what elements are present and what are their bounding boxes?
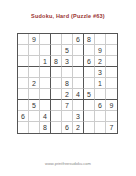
- cell-r9c2: [29, 122, 40, 133]
- cell-r8c5: [62, 111, 73, 122]
- cell-r4c3: [40, 67, 51, 78]
- cell-r4c6: [73, 67, 84, 78]
- cell-r4c1: [18, 67, 29, 78]
- cell-r7c4: [51, 100, 62, 111]
- cell-r9c5: 6: [62, 122, 73, 133]
- cell-r8c3: 4: [40, 111, 51, 122]
- cell-r8c2: [29, 111, 40, 122]
- cell-r1c3: [40, 34, 51, 45]
- cell-r5c4: [51, 78, 62, 89]
- cell-r6c5: 2: [62, 89, 73, 100]
- cell-r2c9: [106, 45, 117, 56]
- cell-r9c3: 8: [40, 122, 51, 133]
- cell-r1c1: [18, 34, 29, 45]
- sudoku-board: 9685918362328124557696438627: [17, 33, 118, 134]
- cell-r5c7: [84, 78, 95, 89]
- cell-r4c5: [62, 67, 73, 78]
- cell-r1c2: 9: [29, 34, 40, 45]
- cell-r3c5: 3: [62, 56, 73, 67]
- cell-r8c6: 3: [73, 111, 84, 122]
- cell-r9c9: 7: [106, 122, 117, 133]
- cell-r7c9: 9: [106, 100, 117, 111]
- cell-r6c8: [95, 89, 106, 100]
- cell-r1c8: [95, 34, 106, 45]
- cell-r2c7: [84, 45, 95, 56]
- cell-r4c2: [29, 67, 40, 78]
- cell-r1c4: [51, 34, 62, 45]
- cell-r7c2: 5: [29, 100, 40, 111]
- cell-r7c8: 6: [95, 100, 106, 111]
- cell-r3c9: [106, 56, 117, 67]
- cell-r9c7: [84, 122, 95, 133]
- cell-r1c5: [62, 34, 73, 45]
- cell-r6c3: [40, 89, 51, 100]
- cell-r3c6: [73, 56, 84, 67]
- cell-r2c3: [40, 45, 51, 56]
- cell-r8c4: [51, 111, 62, 122]
- cell-r3c1: [18, 56, 29, 67]
- sudoku-sheet: Sudoku, Hard (Puzzle #63) 96859183623281…: [0, 0, 136, 176]
- cell-r2c5: 5: [62, 45, 73, 56]
- cell-r3c4: 8: [51, 56, 62, 67]
- cell-r6c9: [106, 89, 117, 100]
- cell-r6c7: 5: [84, 89, 95, 100]
- cell-r4c4: [51, 67, 62, 78]
- cell-r1c9: [106, 34, 117, 45]
- cell-r7c6: [73, 100, 84, 111]
- cell-r8c1: 6: [18, 111, 29, 122]
- puzzle-title: Sudoku, Hard (Puzzle #63): [0, 13, 136, 20]
- cell-r2c1: [18, 45, 29, 56]
- cell-r9c8: [95, 122, 106, 133]
- cell-r6c4: [51, 89, 62, 100]
- cell-r7c3: [40, 100, 51, 111]
- cell-r6c6: 4: [73, 89, 84, 100]
- cell-r4c7: [84, 67, 95, 78]
- cell-r2c6: [73, 45, 84, 56]
- cell-r1c7: 8: [84, 34, 95, 45]
- cell-r2c4: [51, 45, 62, 56]
- cell-r5c3: [40, 78, 51, 89]
- cell-r3c8: 2: [95, 56, 106, 67]
- cell-r5c6: [73, 78, 84, 89]
- cell-r5c1: [18, 78, 29, 89]
- cell-r6c2: [29, 89, 40, 100]
- cell-r7c5: 7: [62, 100, 73, 111]
- cell-r7c7: [84, 100, 95, 111]
- cell-r6c1: [18, 89, 29, 100]
- cell-r9c1: [18, 122, 29, 133]
- cell-r4c9: [106, 67, 117, 78]
- cell-r1c6: 6: [73, 34, 84, 45]
- cell-r5c2: 2: [29, 78, 40, 89]
- cell-r4c8: 3: [95, 67, 106, 78]
- cell-r7c1: [18, 100, 29, 111]
- cell-r5c8: 1: [95, 78, 106, 89]
- cell-r8c9: [106, 111, 117, 122]
- cell-r9c6: 2: [73, 122, 84, 133]
- cell-r2c2: [29, 45, 40, 56]
- cell-r2c8: 9: [95, 45, 106, 56]
- cell-r5c5: 8: [62, 78, 73, 89]
- cell-r3c2: [29, 56, 40, 67]
- cell-r3c3: 1: [40, 56, 51, 67]
- cell-r5c9: [106, 78, 117, 89]
- footer-url: www.printfreesudoku.com: [0, 161, 136, 166]
- cell-r8c7: [84, 111, 95, 122]
- cell-r3c7: 6: [84, 56, 95, 67]
- cell-r8c8: [95, 111, 106, 122]
- cell-r9c4: [51, 122, 62, 133]
